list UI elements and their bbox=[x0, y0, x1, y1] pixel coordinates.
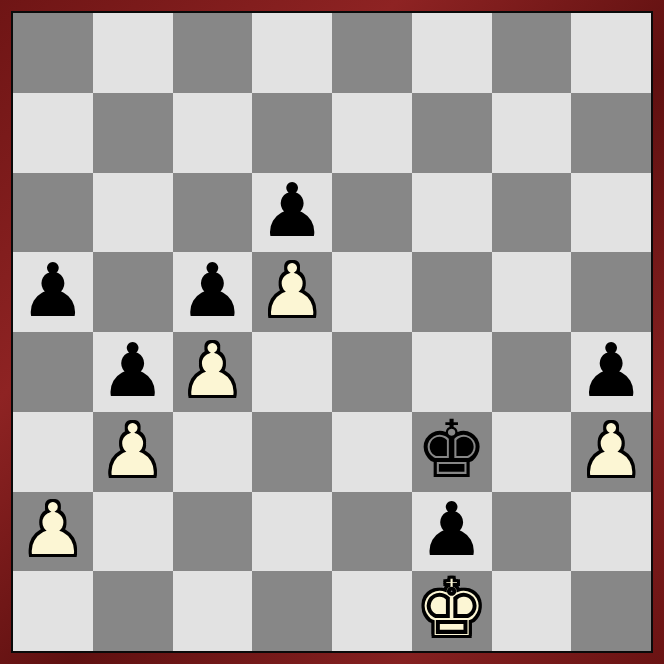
square-e8[interactable] bbox=[332, 13, 412, 93]
square-g7[interactable] bbox=[492, 93, 572, 173]
white-pawn: ♟ bbox=[179, 333, 245, 407]
square-g2[interactable] bbox=[492, 492, 572, 572]
black-pawn: ♟ bbox=[20, 253, 86, 327]
black-king: ♚ bbox=[416, 412, 488, 490]
square-a5[interactable]: ♟ bbox=[13, 252, 93, 332]
black-pawn: ♟ bbox=[179, 253, 245, 327]
square-c4[interactable]: ♟ bbox=[173, 332, 253, 412]
square-g1[interactable] bbox=[492, 571, 572, 651]
square-f5[interactable] bbox=[412, 252, 492, 332]
square-f4[interactable] bbox=[412, 332, 492, 412]
square-d6[interactable]: ♟ bbox=[252, 173, 332, 253]
white-pawn: ♟ bbox=[99, 413, 165, 487]
square-e3[interactable] bbox=[332, 412, 412, 492]
square-b2[interactable] bbox=[93, 492, 173, 572]
square-e7[interactable] bbox=[332, 93, 412, 173]
black-pawn: ♟ bbox=[99, 333, 165, 407]
square-g4[interactable] bbox=[492, 332, 572, 412]
square-d5[interactable]: ♟ bbox=[252, 252, 332, 332]
square-a3[interactable] bbox=[13, 412, 93, 492]
square-f8[interactable] bbox=[412, 13, 492, 93]
square-f7[interactable] bbox=[412, 93, 492, 173]
square-d1[interactable] bbox=[252, 571, 332, 651]
white-pawn: ♟ bbox=[259, 253, 325, 327]
square-b7[interactable] bbox=[93, 93, 173, 173]
square-h7[interactable] bbox=[571, 93, 651, 173]
square-f2[interactable]: ♟ bbox=[412, 492, 492, 572]
square-b4[interactable]: ♟ bbox=[93, 332, 173, 412]
square-c5[interactable]: ♟ bbox=[173, 252, 253, 332]
square-d2[interactable] bbox=[252, 492, 332, 572]
square-h6[interactable] bbox=[571, 173, 651, 253]
square-g8[interactable] bbox=[492, 13, 572, 93]
square-c8[interactable] bbox=[173, 13, 253, 93]
square-d7[interactable] bbox=[252, 93, 332, 173]
square-c6[interactable] bbox=[173, 173, 253, 253]
square-a1[interactable] bbox=[13, 571, 93, 651]
square-a6[interactable] bbox=[13, 173, 93, 253]
square-e2[interactable] bbox=[332, 492, 412, 572]
chess-board: ♟♟♟♟♟♟♟♟♚♟♟♟♚ bbox=[11, 11, 653, 653]
square-c3[interactable] bbox=[173, 412, 253, 492]
square-d4[interactable] bbox=[252, 332, 332, 412]
square-e1[interactable] bbox=[332, 571, 412, 651]
black-pawn: ♟ bbox=[259, 173, 325, 247]
square-a8[interactable] bbox=[13, 13, 93, 93]
square-h5[interactable] bbox=[571, 252, 651, 332]
black-pawn: ♟ bbox=[578, 333, 644, 407]
square-e6[interactable] bbox=[332, 173, 412, 253]
square-g3[interactable] bbox=[492, 412, 572, 492]
white-pawn: ♟ bbox=[20, 492, 86, 566]
square-h4[interactable]: ♟ bbox=[571, 332, 651, 412]
square-d3[interactable] bbox=[252, 412, 332, 492]
square-b8[interactable] bbox=[93, 13, 173, 93]
square-e4[interactable] bbox=[332, 332, 412, 412]
square-h1[interactable] bbox=[571, 571, 651, 651]
square-f6[interactable] bbox=[412, 173, 492, 253]
white-king: ♚ bbox=[416, 571, 488, 649]
square-b6[interactable] bbox=[93, 173, 173, 253]
square-a7[interactable] bbox=[13, 93, 93, 173]
square-h8[interactable] bbox=[571, 13, 651, 93]
square-f3[interactable]: ♚ bbox=[412, 412, 492, 492]
square-b1[interactable] bbox=[93, 571, 173, 651]
square-d8[interactable] bbox=[252, 13, 332, 93]
board-frame: ♟♟♟♟♟♟♟♟♚♟♟♟♚ bbox=[0, 0, 664, 664]
square-e5[interactable] bbox=[332, 252, 412, 332]
square-h2[interactable] bbox=[571, 492, 651, 572]
square-a2[interactable]: ♟ bbox=[13, 492, 93, 572]
white-pawn: ♟ bbox=[578, 413, 644, 487]
square-a4[interactable] bbox=[13, 332, 93, 412]
square-c7[interactable] bbox=[173, 93, 253, 173]
square-h3[interactable]: ♟ bbox=[571, 412, 651, 492]
black-pawn: ♟ bbox=[418, 492, 484, 566]
square-f1[interactable]: ♚ bbox=[412, 571, 492, 651]
square-b3[interactable]: ♟ bbox=[93, 412, 173, 492]
square-g5[interactable] bbox=[492, 252, 572, 332]
square-c1[interactable] bbox=[173, 571, 253, 651]
square-g6[interactable] bbox=[492, 173, 572, 253]
square-c2[interactable] bbox=[173, 492, 253, 572]
square-b5[interactable] bbox=[93, 252, 173, 332]
